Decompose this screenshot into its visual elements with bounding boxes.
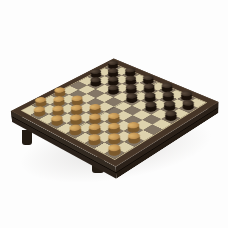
dark-piece xyxy=(161,113,180,123)
camera-tilt xyxy=(0,0,228,228)
light-piece xyxy=(104,147,124,158)
square xyxy=(161,113,180,123)
product-photo xyxy=(0,0,228,228)
draughts-board xyxy=(10,58,218,166)
square xyxy=(104,147,124,158)
board-top-frame xyxy=(10,58,218,166)
perspective-wrapper xyxy=(0,0,228,228)
squares-grid xyxy=(20,63,206,160)
